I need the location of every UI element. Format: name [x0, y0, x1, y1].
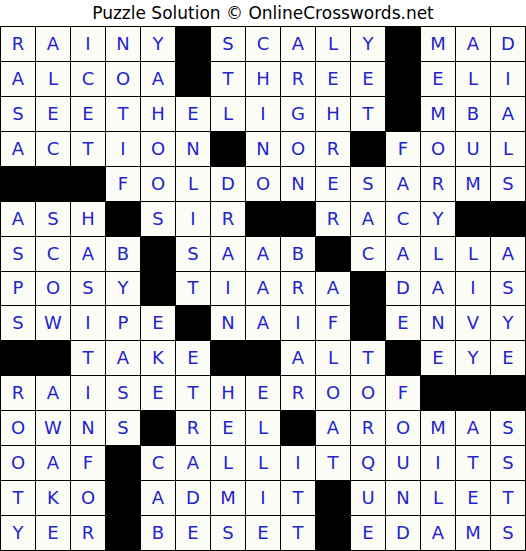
block-cell [386, 97, 420, 131]
cell-letter: C [397, 210, 410, 228]
cell-letter: S [362, 175, 373, 193]
cell-letter: K [47, 489, 59, 507]
block-cell [141, 272, 175, 306]
cell-letter: A [467, 419, 479, 437]
letter-cell: L [456, 62, 490, 96]
cell-letter: S [47, 210, 58, 228]
letter-cell: O [106, 62, 140, 96]
letter-cell: L [211, 97, 245, 131]
cell-letter: E [187, 524, 198, 542]
letter-cell: E [421, 62, 455, 96]
cell-letter: S [222, 524, 233, 542]
letter-cell: S [211, 516, 245, 550]
letter-cell: S [71, 272, 105, 306]
cell-letter: I [225, 279, 230, 297]
cell-letter: N [431, 314, 444, 332]
cell-letter: M [430, 105, 446, 123]
block-cell [211, 132, 245, 166]
cell-letter: W [44, 314, 62, 332]
cell-letter: A [432, 524, 444, 542]
letter-cell: S [1, 306, 35, 340]
letter-cell: C [246, 27, 280, 61]
letter-cell: L [211, 446, 245, 480]
cell-letter: D [186, 489, 200, 507]
cell-letter: R [187, 419, 200, 437]
cell-letter: A [117, 349, 129, 367]
letter-cell: W [36, 411, 70, 445]
letter-cell: I [491, 62, 525, 96]
letter-cell: S [176, 237, 210, 271]
letter-cell: A [1, 62, 35, 96]
cell-letter: E [222, 419, 233, 437]
cell-letter: S [502, 524, 513, 542]
cell-letter: W [44, 419, 62, 437]
letter-cell: S [491, 411, 525, 445]
letter-cell: P [1, 272, 35, 306]
block-cell [456, 376, 490, 410]
letter-cell: I [281, 446, 315, 480]
block-cell [351, 132, 385, 166]
cell-letter: B [117, 245, 129, 263]
cell-letter: I [470, 279, 475, 297]
letter-cell: N [211, 306, 245, 340]
letter-cell: L [176, 167, 210, 201]
cell-letter: E [187, 349, 198, 367]
cell-letter: O [81, 489, 95, 507]
block-cell [36, 341, 70, 375]
cell-letter: T [118, 105, 129, 123]
letter-cell: E [141, 306, 175, 340]
cell-letter: A [432, 279, 444, 297]
cell-letter: A [222, 245, 234, 263]
cell-letter: T [83, 140, 94, 158]
title-bar: Puzzle Solution © OnlineCrosswords.net [0, 0, 526, 26]
letter-cell: L [316, 27, 350, 61]
cell-letter: Y [118, 279, 129, 297]
cell-letter: R [362, 419, 375, 437]
block-cell [351, 306, 385, 340]
letter-cell: A [421, 272, 455, 306]
letter-cell: Y [491, 306, 525, 340]
cell-letter: O [151, 140, 165, 158]
letter-cell: R [316, 202, 350, 236]
letter-cell: C [36, 237, 70, 271]
letter-cell: L [246, 411, 280, 445]
block-cell [141, 237, 175, 271]
cell-letter: E [432, 70, 443, 88]
cell-letter: L [188, 175, 198, 193]
letter-cell: D [211, 167, 245, 201]
cell-letter: A [327, 419, 339, 437]
block-cell [316, 516, 350, 550]
cell-letter: L [223, 454, 233, 472]
cell-letter: A [187, 454, 199, 472]
cell-letter: U [361, 489, 374, 507]
cell-letter: R [12, 384, 25, 402]
cell-letter: H [326, 105, 340, 123]
cell-letter: T [468, 454, 479, 472]
block-cell [421, 376, 455, 410]
block-cell [386, 341, 420, 375]
block-cell [36, 167, 70, 201]
cell-letter: R [12, 35, 25, 53]
letter-cell: W [36, 306, 70, 340]
cell-letter: S [502, 175, 513, 193]
cell-letter: K [152, 349, 164, 367]
cell-letter: E [187, 105, 198, 123]
letter-cell: B [281, 237, 315, 271]
cell-letter: A [257, 314, 269, 332]
page-title: Puzzle Solution © OnlineCrosswords.net [92, 0, 434, 26]
letter-cell: O [36, 272, 70, 306]
letter-cell: D [386, 516, 420, 550]
letter-cell: E [141, 376, 175, 410]
cell-letter: E [257, 384, 268, 402]
cell-letter: C [257, 35, 270, 53]
letter-cell: E [316, 62, 350, 96]
cell-letter: N [116, 35, 129, 53]
cell-letter: R [292, 279, 305, 297]
letter-cell: A [36, 376, 70, 410]
letter-cell: I [106, 132, 140, 166]
cell-letter: S [117, 419, 128, 437]
letter-cell: R [176, 411, 210, 445]
cell-letter: A [502, 105, 514, 123]
cell-letter: S [117, 384, 128, 402]
cell-letter: O [431, 140, 445, 158]
letter-cell: L [456, 237, 490, 271]
letter-cell: A [1, 202, 35, 236]
cell-letter: E [152, 314, 163, 332]
letter-cell: N [71, 411, 105, 445]
letter-cell: F [386, 132, 420, 166]
cell-letter: T [188, 384, 199, 402]
cell-letter: E [47, 105, 58, 123]
letter-cell: Y [141, 27, 175, 61]
letter-cell: E [351, 516, 385, 550]
cell-letter: E [257, 524, 268, 542]
block-cell [176, 306, 210, 340]
letter-cell: F [316, 306, 350, 340]
cell-letter: B [152, 524, 164, 542]
letter-cell: Y [456, 341, 490, 375]
letter-cell: E [36, 97, 70, 131]
letter-cell: A [316, 272, 350, 306]
letter-cell: R [1, 27, 35, 61]
letter-cell: M [421, 97, 455, 131]
letter-cell: O [246, 167, 280, 201]
cell-letter: S [222, 35, 233, 53]
cell-letter: T [363, 349, 374, 367]
block-cell [491, 202, 525, 236]
cell-letter: I [295, 314, 300, 332]
cell-letter: O [151, 175, 165, 193]
cell-letter: E [152, 384, 163, 402]
letter-cell: A [1, 132, 35, 166]
letter-cell: A [141, 481, 175, 515]
letter-cell: O [1, 446, 35, 480]
cell-letter: A [152, 70, 164, 88]
letter-cell: R [421, 167, 455, 201]
letter-cell: L [36, 62, 70, 96]
letter-cell: Y [1, 516, 35, 550]
cell-letter: R [222, 210, 235, 228]
letter-cell: H [71, 202, 105, 236]
cell-letter: A [12, 140, 24, 158]
cell-letter: L [433, 489, 443, 507]
cell-letter: R [327, 140, 340, 158]
cell-letter: T [223, 70, 234, 88]
letter-cell: A [316, 411, 350, 445]
letter-cell: N [246, 132, 280, 166]
letter-cell: H [211, 376, 245, 410]
letter-cell: I [211, 272, 245, 306]
cell-letter: M [465, 175, 481, 193]
letter-cell: Y [351, 27, 385, 61]
letter-cell: I [246, 481, 280, 515]
cell-letter: N [256, 140, 269, 158]
letter-cell: B [141, 516, 175, 550]
cell-letter: D [396, 524, 410, 542]
block-cell [106, 481, 140, 515]
letter-cell: V [456, 306, 490, 340]
cell-letter: I [435, 454, 440, 472]
cell-letter: A [47, 35, 59, 53]
cell-letter: U [466, 140, 479, 158]
letter-cell: E [211, 411, 245, 445]
cell-letter: E [47, 524, 58, 542]
cell-letter: E [397, 314, 408, 332]
letter-cell: R [281, 376, 315, 410]
block-cell [281, 411, 315, 445]
cell-letter: A [292, 35, 304, 53]
letter-cell: I [456, 272, 490, 306]
letter-cell: M [421, 411, 455, 445]
letter-cell: U [386, 446, 420, 480]
letter-cell: A [246, 272, 280, 306]
letter-cell: E [491, 341, 525, 375]
cell-letter: Y [503, 314, 514, 332]
cell-letter: N [81, 419, 94, 437]
letter-cell: E [176, 516, 210, 550]
letter-cell: R [71, 516, 105, 550]
letter-cell: U [351, 481, 385, 515]
cell-letter: A [397, 245, 409, 263]
cell-letter: E [467, 489, 478, 507]
letter-cell: O [281, 132, 315, 166]
letter-cell: K [36, 481, 70, 515]
letter-cell: T [71, 132, 105, 166]
cell-letter: R [292, 384, 305, 402]
cell-letter: L [328, 349, 338, 367]
letter-cell: T [456, 446, 490, 480]
letter-cell: A [36, 446, 70, 480]
letter-cell: E [246, 516, 280, 550]
cell-letter: C [82, 70, 95, 88]
block-cell [246, 341, 280, 375]
cell-letter: V [467, 314, 479, 332]
cell-letter: T [503, 489, 514, 507]
letter-cell: E [316, 167, 350, 201]
letter-cell: N [281, 167, 315, 201]
letter-cell: S [211, 27, 245, 61]
cell-letter: O [361, 384, 375, 402]
block-cell [211, 341, 245, 375]
cell-letter: L [258, 454, 268, 472]
cell-letter: S [82, 279, 93, 297]
letter-cell: Y [421, 202, 455, 236]
cell-letter: O [326, 384, 340, 402]
puzzle-solution-page: Puzzle Solution © OnlineCrosswords.net R… [0, 0, 526, 551]
cell-letter: I [120, 140, 125, 158]
letter-cell: A [36, 27, 70, 61]
cell-letter: S [152, 210, 163, 228]
cell-letter: Y [433, 210, 444, 228]
cell-letter: A [82, 245, 94, 263]
letter-cell: N [106, 27, 140, 61]
cell-letter: N [221, 314, 234, 332]
letter-cell: N [386, 481, 420, 515]
block-cell [1, 167, 35, 201]
letter-cell: D [176, 481, 210, 515]
letter-cell: R [211, 202, 245, 236]
cell-letter: T [363, 105, 374, 123]
letter-cell: R [281, 62, 315, 96]
letter-cell: O [386, 411, 420, 445]
letter-cell: F [106, 167, 140, 201]
cell-letter: A [152, 489, 164, 507]
cell-letter: M [430, 35, 446, 53]
letter-cell: H [246, 62, 280, 96]
letter-cell: R [281, 272, 315, 306]
letter-cell: S [491, 516, 525, 550]
letter-cell: T [281, 481, 315, 515]
letter-cell: O [71, 481, 105, 515]
letter-cell: S [106, 411, 140, 445]
cell-letter: B [292, 245, 304, 263]
cell-letter: T [83, 349, 94, 367]
cell-letter: E [362, 70, 373, 88]
letter-cell: I [176, 202, 210, 236]
cell-letter: A [12, 210, 24, 228]
letter-cell: S [491, 272, 525, 306]
cell-letter: A [12, 70, 24, 88]
block-cell [351, 272, 385, 306]
letter-cell: O [351, 376, 385, 410]
cell-letter: D [501, 35, 515, 53]
cell-letter: I [85, 35, 90, 53]
cell-letter: L [468, 245, 478, 263]
cell-letter: R [292, 70, 305, 88]
letter-cell: T [211, 62, 245, 96]
letter-cell: N [421, 306, 455, 340]
cell-letter: R [432, 175, 445, 193]
cell-letter: M [465, 524, 481, 542]
cell-letter: F [83, 454, 93, 472]
letter-cell: A [421, 516, 455, 550]
letter-cell: A [211, 237, 245, 271]
cell-letter: S [12, 245, 23, 263]
block-cell [1, 341, 35, 375]
cell-letter: C [47, 245, 60, 263]
cell-letter: O [396, 419, 410, 437]
letter-cell: S [491, 446, 525, 480]
cell-letter: D [396, 279, 410, 297]
block-cell [386, 62, 420, 96]
cell-letter: L [468, 70, 478, 88]
cell-letter: O [11, 454, 25, 472]
cell-letter: L [258, 419, 268, 437]
block-cell [141, 411, 175, 445]
cell-letter: I [295, 454, 300, 472]
cell-letter: Q [361, 454, 375, 472]
cell-letter: O [11, 419, 25, 437]
letter-cell: M [211, 481, 245, 515]
letter-cell: F [71, 446, 105, 480]
cell-letter: S [502, 419, 513, 437]
block-cell [316, 481, 350, 515]
cell-letter: Y [153, 35, 164, 53]
letter-cell: S [351, 167, 385, 201]
cell-letter: F [328, 314, 338, 332]
cell-letter: H [151, 105, 165, 123]
cell-letter: E [362, 524, 373, 542]
letter-cell: T [351, 97, 385, 131]
letter-cell: A [351, 202, 385, 236]
cell-letter: L [433, 245, 443, 263]
cell-letter: Y [13, 524, 24, 542]
letter-cell: A [386, 167, 420, 201]
letter-cell: R [316, 132, 350, 166]
cell-letter: E [502, 349, 513, 367]
letter-cell: C [351, 237, 385, 271]
block-cell [456, 202, 490, 236]
cell-letter: G [291, 105, 305, 123]
letter-cell: A [141, 62, 175, 96]
cell-letter: Y [468, 349, 479, 367]
letter-cell: I [246, 97, 280, 131]
letter-cell: U [456, 132, 490, 166]
cell-letter: H [81, 210, 95, 228]
letter-cell: I [421, 446, 455, 480]
letter-cell: R [351, 411, 385, 445]
letter-cell: A [176, 446, 210, 480]
letter-cell: P [106, 306, 140, 340]
cell-letter: A [327, 279, 339, 297]
letter-cell: T [106, 97, 140, 131]
letter-cell: I [281, 306, 315, 340]
cell-letter: H [221, 384, 235, 402]
letter-cell: E [176, 97, 210, 131]
letter-cell: T [351, 341, 385, 375]
letter-cell: S [36, 202, 70, 236]
cell-letter: C [152, 454, 165, 472]
letter-cell: C [71, 62, 105, 96]
letter-cell: T [176, 376, 210, 410]
letter-cell: D [491, 27, 525, 61]
letter-cell: A [71, 237, 105, 271]
cell-letter: E [432, 349, 443, 367]
cell-letter: T [188, 279, 199, 297]
letter-cell: A [106, 341, 140, 375]
cell-letter: A [47, 454, 59, 472]
cell-letter: A [467, 35, 479, 53]
letter-cell: N [176, 132, 210, 166]
cell-letter: R [327, 210, 340, 228]
letter-cell: E [351, 62, 385, 96]
cell-letter: I [85, 384, 90, 402]
letter-cell: I [71, 306, 105, 340]
